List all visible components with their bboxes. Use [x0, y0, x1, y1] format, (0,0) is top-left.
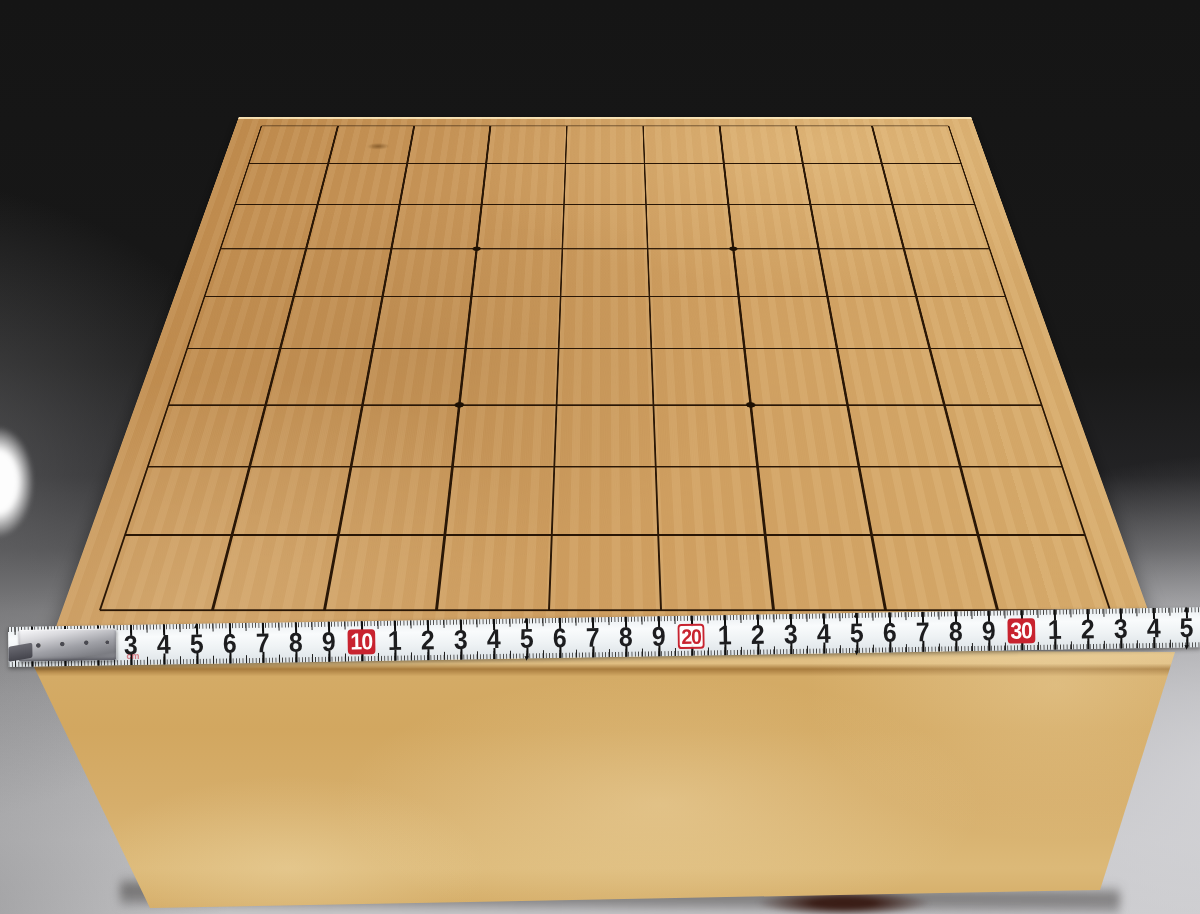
wood-knot [366, 143, 390, 150]
tape-number: 1 [718, 622, 731, 649]
grid-line-vertical [871, 126, 999, 610]
tape-number: 2 [421, 627, 434, 654]
tape-number: 7 [256, 630, 269, 657]
grid-line-vertical [323, 126, 415, 610]
tape-5cm-arrow-up: ▲ [522, 617, 529, 625]
grid-line-horizontal [249, 163, 962, 164]
tape-number: 9 [982, 618, 995, 645]
tape-number: 9 [322, 629, 335, 656]
tape-number: 2 [1081, 616, 1094, 643]
tape-number: 5▲▼ [850, 620, 863, 647]
tape-number: 5▲▼ [1180, 615, 1193, 642]
photo-scene: 345▲67891012345▲▼67892012345▲▼6789301234… [0, 0, 1200, 914]
tape-5cm-arrow-up: ▲ [1182, 606, 1189, 614]
tape-number: 3 [454, 627, 467, 654]
grid-line-horizontal [125, 534, 1085, 536]
tape-end-hook [18, 628, 117, 662]
tape-number: 6 [223, 631, 236, 658]
grid-line-horizontal [204, 296, 1005, 297]
grid-line-vertical [642, 126, 662, 610]
star-point [729, 247, 738, 251]
grid-line-horizontal [235, 204, 975, 205]
star-point [745, 402, 755, 408]
grid-line-vertical [435, 126, 491, 610]
board-grid [49, 117, 1162, 647]
tape-number: 4 [1147, 615, 1160, 642]
tape-number: 8 [949, 619, 962, 646]
tape-number-red: 30 [1007, 618, 1035, 643]
tape-number: 3 [1114, 616, 1127, 643]
tape-5cm-arrow-down: ▼ [1183, 644, 1190, 652]
grid-line-horizontal [187, 348, 1023, 349]
tape-5cm-arrow-up: ▲ [192, 622, 199, 630]
grid-line-horizontal [261, 125, 948, 126]
tape-number: 8 [619, 624, 632, 651]
tape-number: 4 [157, 632, 170, 659]
tape-number: 4 [487, 626, 500, 653]
tape-number: 9 [652, 623, 665, 650]
grid-line-vertical [211, 126, 339, 610]
grid-line-horizontal [220, 248, 989, 249]
tape-unit-label: cm [126, 651, 139, 661]
tape-number-red: 10 [347, 629, 375, 654]
tape-number: 8 [289, 629, 302, 656]
shogi-board-top-surface [49, 117, 1162, 647]
tape-number: 2 [751, 622, 764, 649]
tape-number: 3 [784, 621, 797, 648]
grid-line-vertical [795, 126, 887, 610]
grid-line-vertical [548, 126, 568, 610]
tape-number: 6 [553, 625, 566, 652]
tape-number: 5▲▼ [520, 626, 533, 653]
grid-line-vertical [719, 126, 775, 610]
grid-line-horizontal [168, 404, 1042, 405]
tape-number: 7 [586, 625, 599, 652]
tape-5cm-arrow-down: ▼ [853, 649, 860, 657]
tape-number: 5▲ [190, 631, 203, 658]
grid-line-horizontal [148, 466, 1063, 468]
tape-number: 4 [817, 621, 830, 648]
tape-number: 1 [1048, 617, 1061, 644]
tape-number-red: 20 [678, 624, 705, 649]
tape-number: 7 [916, 619, 929, 646]
tape-number: 1 [388, 628, 401, 655]
tape-5cm-arrow-down: ▼ [523, 655, 530, 663]
star-point [454, 402, 464, 408]
tape-5cm-arrow-up: ▲ [852, 611, 859, 619]
tape-number: 6 [883, 620, 896, 647]
star-point [472, 247, 481, 251]
